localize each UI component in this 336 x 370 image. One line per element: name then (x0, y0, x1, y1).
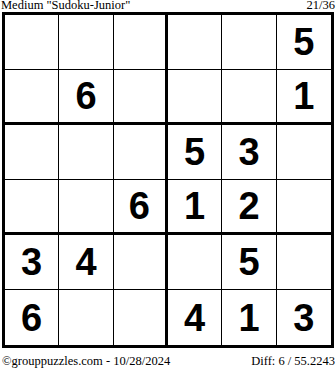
cell-r3c2[interactable] (59, 125, 113, 180)
cell-r5c5: 5 (222, 235, 276, 290)
cell-r6c4: 4 (168, 290, 222, 345)
given-digit: 6 (21, 299, 42, 337)
cell-r3c1[interactable] (5, 125, 59, 180)
puzzle-title: Medium "Sudoku-Junior" (1, 0, 130, 11)
cell-r3c6[interactable] (277, 125, 331, 180)
cell-r1c2[interactable] (59, 15, 113, 70)
cell-r2c2: 6 (59, 70, 113, 125)
cell-r3c4: 5 (168, 125, 222, 180)
cell-r5c6[interactable] (277, 235, 331, 290)
given-digit: 1 (293, 77, 314, 115)
given-digit: 3 (238, 133, 259, 171)
puzzle-counter: 21/36 (307, 0, 335, 11)
cell-r4c3: 6 (114, 180, 168, 235)
cell-r4c5: 2 (222, 180, 276, 235)
given-digit: 6 (75, 77, 96, 115)
given-digit: 1 (238, 299, 259, 337)
footer: ©grouppuzzles.com - 10/28/2024 Diff: 6 /… (2, 355, 335, 368)
cell-r1c3[interactable] (114, 15, 168, 70)
sudoku-board: 561536123456413 (2, 12, 334, 348)
cell-r2c1[interactable] (5, 70, 59, 125)
cell-r4c6[interactable] (277, 180, 331, 235)
cell-r5c1: 3 (5, 235, 59, 290)
given-digit: 5 (184, 133, 205, 171)
cell-r2c6: 1 (277, 70, 331, 125)
cell-r2c5[interactable] (222, 70, 276, 125)
given-digit: 4 (75, 243, 96, 281)
given-digit: 3 (293, 299, 314, 337)
difficulty-text: Diff: 6 / 55.2243 (251, 355, 335, 368)
cell-r5c3[interactable] (114, 235, 168, 290)
cell-r5c2: 4 (59, 235, 113, 290)
cell-r6c3[interactable] (114, 290, 168, 345)
cell-r1c6: 5 (277, 15, 331, 70)
given-digit: 4 (184, 299, 205, 337)
cell-r6c5: 1 (222, 290, 276, 345)
cell-r1c5[interactable] (222, 15, 276, 70)
cell-r1c1[interactable] (5, 15, 59, 70)
given-digit: 1 (184, 187, 205, 225)
header: Medium "Sudoku-Junior" 21/36 (1, 0, 335, 11)
cell-r4c1[interactable] (5, 180, 59, 235)
cell-r4c4: 1 (168, 180, 222, 235)
cell-r2c3[interactable] (114, 70, 168, 125)
cell-r6c1: 6 (5, 290, 59, 345)
given-digit: 6 (129, 187, 150, 225)
given-digit: 5 (293, 23, 314, 61)
given-digit: 5 (238, 243, 259, 281)
given-digit: 3 (21, 243, 42, 281)
cell-r6c2[interactable] (59, 290, 113, 345)
given-digit: 2 (238, 187, 259, 225)
cell-r2c4[interactable] (168, 70, 222, 125)
cell-r5c4[interactable] (168, 235, 222, 290)
cell-r3c5: 3 (222, 125, 276, 180)
cell-r4c2[interactable] (59, 180, 113, 235)
cell-r6c6: 3 (277, 290, 331, 345)
sudoku-junior-page: Medium "Sudoku-Junior" 21/36 56153612345… (0, 0, 336, 370)
copyright-date-text: ©grouppuzzles.com - 10/28/2024 (2, 355, 170, 368)
cell-r1c4[interactable] (168, 15, 222, 70)
cell-r3c3[interactable] (114, 125, 168, 180)
